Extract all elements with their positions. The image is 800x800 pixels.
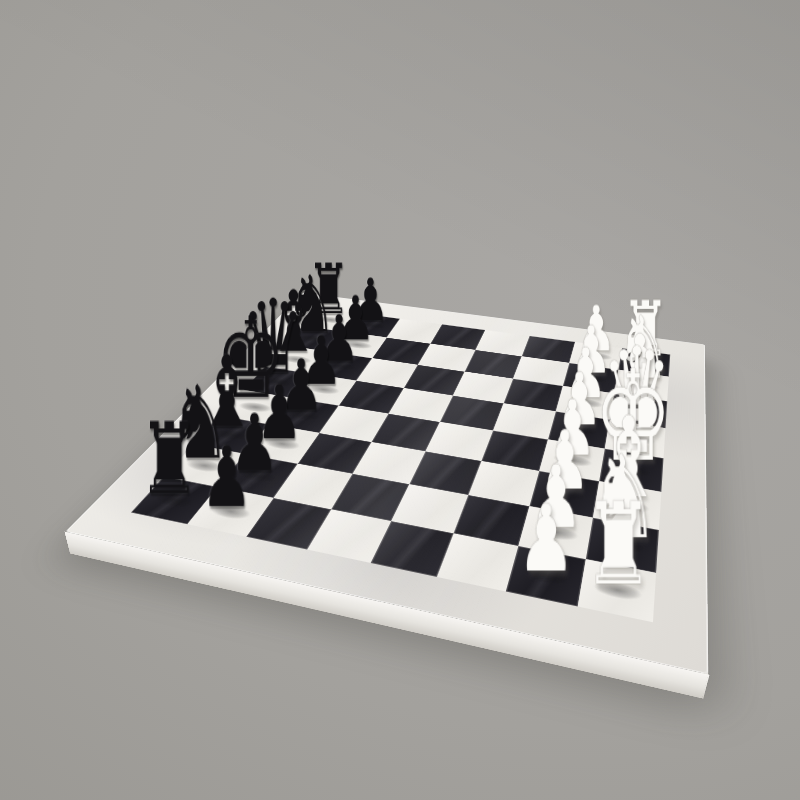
square-b4: [465, 350, 522, 379]
white-rook-h1: ♜: [583, 487, 654, 601]
white-pawn-h2: ♟: [517, 492, 575, 585]
scene-background: ♜♟♟♜♞♟♟♞♝♟♟♝♛♟♟♛♚♟♟♚♝♟♟♝♞♟♟♞♜♟♟♜: [0, 0, 800, 800]
square-e6: [319, 406, 388, 443]
square-h2: ♟: [506, 546, 586, 606]
board-frame: ♜♟♟♜♞♟♟♞♝♟♟♝♛♟♟♛♚♟♟♚♝♟♟♝♞♟♟♞♜♟♟♜: [65, 293, 708, 675]
black-pawn-h7: ♟: [200, 435, 252, 519]
square-h1: ♜: [578, 559, 656, 622]
square-c4: [453, 372, 513, 404]
black-rook-h8: ♜: [138, 409, 200, 508]
board-edge-right: [701, 344, 708, 700]
chess-board: ♜♟♟♜♞♟♟♞♝♟♟♝♛♟♟♛♚♟♟♚♝♟♟♝♞♟♟♞♜♟♟♜: [65, 293, 708, 675]
